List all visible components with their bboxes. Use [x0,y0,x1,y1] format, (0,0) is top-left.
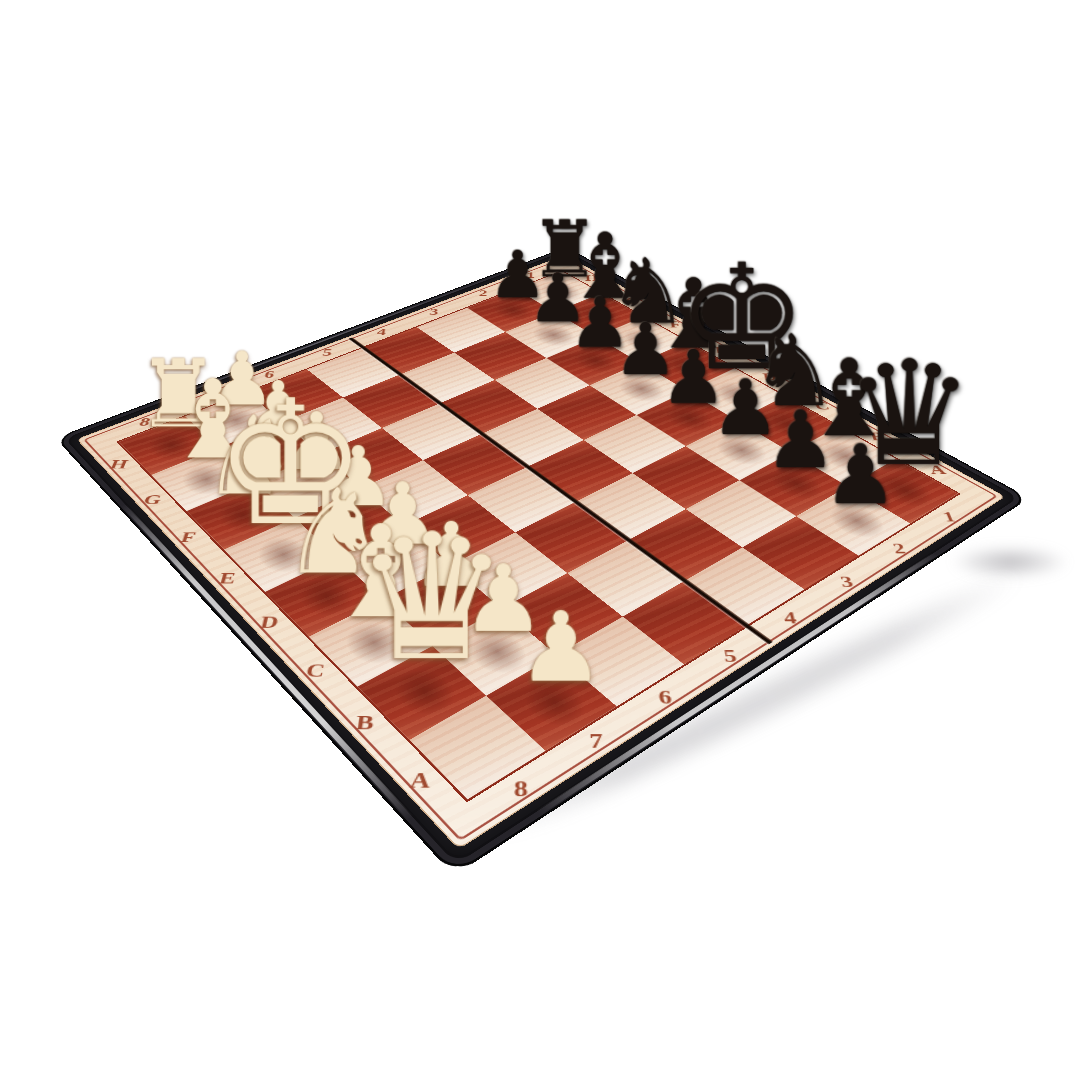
photo-stage: ♛♝♞♚♞♝♜♟♟♟♟♟♟♟♟♟♟♟♟♟♟♟♟♛♝♞♚♝♞♝♜ AABBCCDD… [0,0,1080,1080]
file-label: F [173,529,205,547]
rank-label: 8 [505,775,537,802]
file-label: B [348,711,382,736]
file-label: H [104,457,134,472]
rank-label: 3 [423,307,444,318]
rank-label: 5 [714,645,747,667]
rank-label: 5 [315,347,339,359]
piece-black-pawn-a2: ♟ [776,434,944,516]
piece-white-pawn-a7: ♟ [462,598,660,695]
rank-label: 2 [883,539,916,557]
board-grid: ♛♝♞♚♞♝♜♟♟♟♟♟♟♟♟♟♟♟♟♟♟♟♟♛♝♞♚♝♞♝♜ [116,270,961,802]
perspective-scene: ♛♝♞♚♞♝♜♟♟♟♟♟♟♟♟♟♟♟♟♟♟♟♟♛♝♞♚♝♞♝♜ AABBCCDD… [0,0,1080,1080]
rank-label: 4 [774,608,807,629]
board-margin: ♛♝♞♚♞♝♜♟♟♟♟♟♟♟♟♟♟♟♟♟♟♟♟♛♝♞♚♝♞♝♜ AABBCCDD… [76,255,1005,849]
rank-label: 7 [580,729,612,754]
chess-board: ♛♝♞♚♞♝♜♟♟♟♟♟♟♟♟♟♟♟♟♟♟♟♟♛♝♞♚♝♞♝♜ AABBCCDD… [55,247,1029,876]
file-label: E [211,569,243,588]
file-label: D [253,612,286,633]
file-label: G [137,491,168,507]
rank-label: 3 [830,572,863,591]
file-label: C [298,659,331,682]
file-label: A [402,767,436,794]
square-d4 [527,440,632,502]
